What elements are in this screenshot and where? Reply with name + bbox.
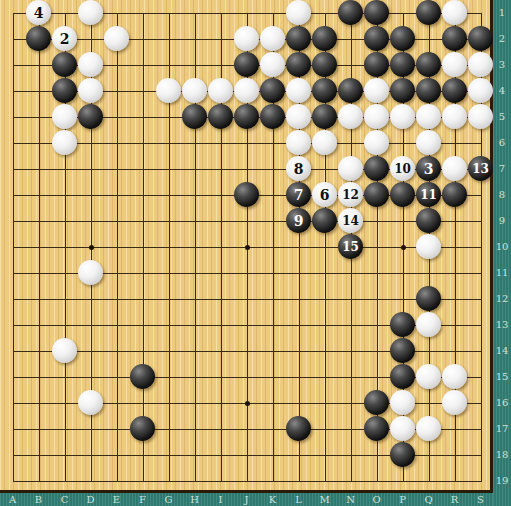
- move-number: 7: [294, 188, 304, 202]
- stone-white-S3[interactable]: [468, 52, 493, 77]
- coord-col-C: C: [55, 493, 75, 506]
- stone-white-N9[interactable]: 14: [338, 208, 363, 233]
- stone-black-K5[interactable]: [260, 104, 285, 129]
- stone-black-Q9[interactable]: [416, 208, 441, 233]
- stone-black-L8[interactable]: 7: [286, 182, 311, 207]
- coord-row-7: 7: [493, 162, 511, 175]
- stone-black-B2[interactable]: [26, 26, 51, 51]
- stone-black-J3[interactable]: [234, 52, 259, 77]
- stone-white-C2[interactable]: 2: [52, 26, 77, 51]
- move-number: 3: [424, 162, 434, 176]
- stone-black-P2[interactable]: [390, 26, 415, 51]
- stone-black-S2[interactable]: [468, 26, 493, 51]
- coord-col-I: I: [211, 493, 231, 506]
- stone-white-D1[interactable]: [78, 0, 103, 25]
- stone-black-M2[interactable]: [312, 26, 337, 51]
- coord-col-A: A: [3, 493, 23, 506]
- stone-black-Q12[interactable]: [416, 286, 441, 311]
- stone-white-Q10[interactable]: [416, 234, 441, 259]
- stone-white-Q15[interactable]: [416, 364, 441, 389]
- stone-white-D16[interactable]: [78, 390, 103, 415]
- stone-black-J5[interactable]: [234, 104, 259, 129]
- coord-row-10: 10: [493, 240, 511, 253]
- move-number: 2: [60, 32, 70, 46]
- stone-black-L17[interactable]: [286, 416, 311, 441]
- stone-black-N10[interactable]: 15: [338, 234, 363, 259]
- stone-black-M3[interactable]: [312, 52, 337, 77]
- coord-col-Q: Q: [419, 493, 439, 506]
- stone-white-R1[interactable]: [442, 0, 467, 25]
- stone-black-K4[interactable]: [260, 78, 285, 103]
- stone-white-J2[interactable]: [234, 26, 259, 51]
- stone-black-R8[interactable]: [442, 182, 467, 207]
- stone-white-J4[interactable]: [234, 78, 259, 103]
- stone-black-M9[interactable]: [312, 208, 337, 233]
- stone-white-D11[interactable]: [78, 260, 103, 285]
- stone-black-Q7[interactable]: 3: [416, 156, 441, 181]
- stone-black-N4[interactable]: [338, 78, 363, 103]
- stone-white-B1[interactable]: 4: [26, 0, 51, 25]
- stone-white-C5[interactable]: [52, 104, 77, 129]
- stone-white-K3[interactable]: [260, 52, 285, 77]
- stone-white-R15[interactable]: [442, 364, 467, 389]
- stone-white-L5[interactable]: [286, 104, 311, 129]
- stone-black-L3[interactable]: [286, 52, 311, 77]
- stone-white-S5[interactable]: [468, 104, 493, 129]
- stone-black-O16[interactable]: [364, 390, 389, 415]
- stone-white-D3[interactable]: [78, 52, 103, 77]
- stone-white-O4[interactable]: [364, 78, 389, 103]
- stone-black-P3[interactable]: [390, 52, 415, 77]
- coord-row-8: 8: [493, 188, 511, 201]
- stone-black-N1[interactable]: [338, 0, 363, 25]
- move-number: 11: [420, 189, 437, 201]
- move-number: 6: [320, 188, 330, 202]
- stone-white-O5[interactable]: [364, 104, 389, 129]
- stone-white-P17[interactable]: [390, 416, 415, 441]
- stone-black-P8[interactable]: [390, 182, 415, 207]
- coord-row-6: 6: [493, 136, 511, 149]
- coord-col-F: F: [133, 493, 153, 506]
- stone-black-S7[interactable]: 13: [468, 156, 493, 181]
- stone-white-O6[interactable]: [364, 130, 389, 155]
- go-board[interactable]: 4281031376121191415: [0, 0, 493, 493]
- stone-white-Q6[interactable]: [416, 130, 441, 155]
- coord-row-18: 18: [493, 448, 511, 461]
- stone-white-N7[interactable]: [338, 156, 363, 181]
- stone-white-Q5[interactable]: [416, 104, 441, 129]
- stone-white-I4[interactable]: [208, 78, 233, 103]
- star-point: [401, 245, 406, 250]
- coord-col-L: L: [289, 493, 309, 506]
- stone-black-H5[interactable]: [182, 104, 207, 129]
- stone-white-D4[interactable]: [78, 78, 103, 103]
- stone-black-J8[interactable]: [234, 182, 259, 207]
- stone-white-E2[interactable]: [104, 26, 129, 51]
- stone-black-P13[interactable]: [390, 312, 415, 337]
- bottom-coordinate-strip: ABCDEFGHIJKLMNOPQRS: [0, 493, 511, 506]
- coord-row-17: 17: [493, 422, 511, 435]
- coord-col-G: G: [159, 493, 179, 506]
- grid-line-horizontal: [13, 481, 482, 482]
- stone-black-P4[interactable]: [390, 78, 415, 103]
- grid-line-horizontal: [13, 299, 482, 300]
- stone-white-S4[interactable]: [468, 78, 493, 103]
- stone-white-R7[interactable]: [442, 156, 467, 181]
- coord-col-H: H: [185, 493, 205, 506]
- stone-black-L9[interactable]: 9: [286, 208, 311, 233]
- coord-col-S: S: [471, 493, 491, 506]
- stone-white-Q17[interactable]: [416, 416, 441, 441]
- coord-row-13: 13: [493, 318, 511, 331]
- coord-col-K: K: [263, 493, 283, 506]
- stone-white-H4[interactable]: [182, 78, 207, 103]
- coord-col-N: N: [341, 493, 361, 506]
- coord-row-12: 12: [493, 292, 511, 305]
- coord-row-3: 3: [493, 58, 511, 71]
- move-number: 9: [294, 214, 304, 228]
- coord-col-R: R: [445, 493, 465, 506]
- stone-black-M4[interactable]: [312, 78, 337, 103]
- stone-white-N8[interactable]: 12: [338, 182, 363, 207]
- coord-col-O: O: [367, 493, 387, 506]
- move-number: 8: [294, 162, 304, 176]
- stone-white-M8[interactable]: 6: [312, 182, 337, 207]
- coord-row-1: 1: [493, 6, 511, 19]
- stone-white-P5[interactable]: [390, 104, 415, 129]
- stone-black-O2[interactable]: [364, 26, 389, 51]
- stone-white-G4[interactable]: [156, 78, 181, 103]
- stone-white-C14[interactable]: [52, 338, 77, 363]
- stone-black-I5[interactable]: [208, 104, 233, 129]
- star-point: [89, 245, 94, 250]
- stone-black-O1[interactable]: [364, 0, 389, 25]
- coord-col-E: E: [107, 493, 127, 506]
- coord-row-5: 5: [493, 110, 511, 123]
- coord-col-B: B: [29, 493, 49, 506]
- stone-black-P15[interactable]: [390, 364, 415, 389]
- stone-black-M5[interactable]: [312, 104, 337, 129]
- stone-black-R4[interactable]: [442, 78, 467, 103]
- coord-row-11: 11: [493, 266, 511, 279]
- coord-col-D: D: [81, 493, 101, 506]
- coord-row-16: 16: [493, 396, 511, 409]
- stone-black-O7[interactable]: [364, 156, 389, 181]
- stone-white-L7[interactable]: 8: [286, 156, 311, 181]
- stone-white-C6[interactable]: [52, 130, 77, 155]
- stone-black-Q3[interactable]: [416, 52, 441, 77]
- coord-row-9: 9: [493, 214, 511, 227]
- stone-black-F15[interactable]: [130, 364, 155, 389]
- move-number: 14: [342, 215, 359, 227]
- move-number: 4: [34, 6, 44, 20]
- stone-white-L4[interactable]: [286, 78, 311, 103]
- stone-white-K2[interactable]: [260, 26, 285, 51]
- coord-col-M: M: [315, 493, 335, 506]
- right-coordinate-strip: 12345678910111213141516171819: [493, 0, 511, 506]
- stone-white-Q13[interactable]: [416, 312, 441, 337]
- coord-col-P: P: [393, 493, 413, 506]
- coord-row-4: 4: [493, 84, 511, 97]
- move-number: 13: [472, 163, 489, 175]
- stone-white-P16[interactable]: [390, 390, 415, 415]
- stone-white-N5[interactable]: [338, 104, 363, 129]
- stone-black-P14[interactable]: [390, 338, 415, 363]
- stone-black-C4[interactable]: [52, 78, 77, 103]
- move-number: 15: [342, 241, 359, 253]
- move-number: 12: [342, 189, 359, 201]
- stone-black-Q1[interactable]: [416, 0, 441, 25]
- stone-black-L2[interactable]: [286, 26, 311, 51]
- coord-row-2: 2: [493, 32, 511, 45]
- stone-black-P18[interactable]: [390, 442, 415, 467]
- stone-white-L6[interactable]: [286, 130, 311, 155]
- star-point: [245, 245, 250, 250]
- coord-row-15: 15: [493, 370, 511, 383]
- move-number: 10: [394, 163, 411, 175]
- stone-black-O8[interactable]: [364, 182, 389, 207]
- star-point: [245, 401, 250, 406]
- stone-black-C3[interactable]: [52, 52, 77, 77]
- stone-white-R3[interactable]: [442, 52, 467, 77]
- stone-black-D5[interactable]: [78, 104, 103, 129]
- stone-white-R16[interactable]: [442, 390, 467, 415]
- stone-black-F17[interactable]: [130, 416, 155, 441]
- stone-black-Q4[interactable]: [416, 78, 441, 103]
- stone-white-P7[interactable]: 10: [390, 156, 415, 181]
- stone-black-R2[interactable]: [442, 26, 467, 51]
- stone-black-Q8[interactable]: 11: [416, 182, 441, 207]
- go-diagram-screenshot: 4281031376121191415 ABCDEFGHIJKLMNOPQRS …: [0, 0, 511, 506]
- stone-black-O3[interactable]: [364, 52, 389, 77]
- coord-col-J: J: [237, 493, 257, 506]
- stone-black-O17[interactable]: [364, 416, 389, 441]
- stone-white-M6[interactable]: [312, 130, 337, 155]
- stone-white-R5[interactable]: [442, 104, 467, 129]
- coord-row-19: 19: [493, 474, 511, 487]
- coord-row-14: 14: [493, 344, 511, 357]
- stone-white-L1[interactable]: [286, 0, 311, 25]
